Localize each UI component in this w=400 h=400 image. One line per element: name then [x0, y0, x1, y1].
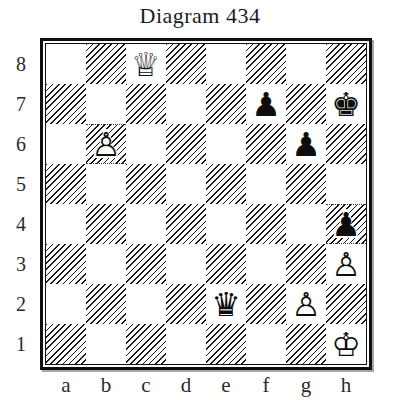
- square-g5: [286, 164, 326, 204]
- rank-label-3: 3: [8, 244, 34, 284]
- square-b5: [86, 164, 126, 204]
- square-b4: [86, 204, 126, 244]
- black-pawn-glyph: ♟: [251, 88, 281, 121]
- square-f4: [246, 204, 286, 244]
- square-b2: [86, 284, 126, 324]
- square-c2: [126, 284, 166, 324]
- square-f5: [246, 164, 286, 204]
- piece-black-pawn: ♟: [286, 124, 326, 164]
- square-h4: ♟♟: [326, 204, 366, 244]
- chess-board: ♕♟♚♟♙♟♟♟♙♛♙♔: [40, 38, 372, 370]
- black-pawn-glyph: ♟: [291, 128, 321, 161]
- square-f6: [246, 124, 286, 164]
- square-c8: ♕: [126, 44, 166, 84]
- square-g2: ♙: [286, 284, 326, 324]
- square-h2: [326, 284, 366, 324]
- square-a4: [46, 204, 86, 244]
- black-king-glyph: ♚: [331, 88, 361, 121]
- file-label-d: d: [166, 373, 206, 398]
- square-e6: [206, 124, 246, 164]
- piece-black-queen: ♛: [206, 284, 246, 324]
- square-g6: ♟: [286, 124, 326, 164]
- rank-label-8: 8: [8, 44, 34, 84]
- file-label-g: g: [286, 373, 326, 398]
- square-e1: [206, 324, 246, 364]
- square-c3: [126, 244, 166, 284]
- square-g4: [286, 204, 326, 244]
- rank-label-1: 1: [8, 324, 34, 364]
- square-h5: [326, 164, 366, 204]
- square-d8: [166, 44, 206, 84]
- file-label-b: b: [86, 373, 126, 398]
- square-b7: [86, 84, 126, 124]
- square-c4: [126, 204, 166, 244]
- file-label-h: h: [326, 373, 366, 398]
- rank-label-7: 7: [8, 84, 34, 124]
- square-b6: ♟♙: [86, 124, 126, 164]
- square-d4: [166, 204, 206, 244]
- square-a8: [46, 44, 86, 84]
- square-h8: [326, 44, 366, 84]
- square-g7: [286, 84, 326, 124]
- square-e3: [206, 244, 246, 284]
- board-grid: ♕♟♚♟♙♟♟♟♙♛♙♔: [46, 44, 366, 364]
- square-b8: [86, 44, 126, 84]
- black-queen-glyph: ♛: [211, 288, 241, 321]
- square-e4: [206, 204, 246, 244]
- rank-label-6: 6: [8, 124, 34, 164]
- square-g3: [286, 244, 326, 284]
- rank-label-2: 2: [8, 284, 34, 324]
- white-pawn-glyph: ♙: [331, 248, 361, 281]
- piece-black-pawn: ♟♟: [326, 204, 366, 244]
- board-inner-frame: ♕♟♚♟♙♟♟♟♙♛♙♔: [45, 43, 367, 365]
- square-a5: [46, 164, 86, 204]
- square-h1: ♔: [326, 324, 366, 364]
- file-label-a: a: [46, 373, 86, 398]
- black-pawn-glyph: ♟: [331, 208, 361, 241]
- file-label-c: c: [126, 373, 166, 398]
- rank-label-5: 5: [8, 164, 34, 204]
- square-f3: [246, 244, 286, 284]
- square-e2: ♛: [206, 284, 246, 324]
- square-c7: [126, 84, 166, 124]
- square-c6: [126, 124, 166, 164]
- rank-labels: 87654321: [8, 44, 34, 364]
- piece-white-pawn: ♟♙: [86, 124, 126, 164]
- square-d5: [166, 164, 206, 204]
- square-b1: [86, 324, 126, 364]
- diagram-title: Diagram 434: [0, 3, 400, 29]
- square-c1: [126, 324, 166, 364]
- square-d2: [166, 284, 206, 324]
- square-h3: ♙: [326, 244, 366, 284]
- file-label-e: e: [206, 373, 246, 398]
- piece-white-pawn: ♙: [286, 284, 326, 324]
- square-a2: [46, 284, 86, 324]
- square-f7: ♟: [246, 84, 286, 124]
- white-king-glyph: ♔: [331, 328, 361, 361]
- square-a3: [46, 244, 86, 284]
- square-d3: [166, 244, 206, 284]
- file-labels: abcdefgh: [46, 373, 366, 398]
- square-a6: [46, 124, 86, 164]
- square-a1: [46, 324, 86, 364]
- square-f8: [246, 44, 286, 84]
- square-h7: ♚: [326, 84, 366, 124]
- piece-white-queen: ♕: [126, 44, 166, 84]
- square-h6: [326, 124, 366, 164]
- piece-black-king: ♚: [326, 84, 366, 124]
- square-g1: [286, 324, 326, 364]
- file-label-f: f: [246, 373, 286, 398]
- square-a7: [46, 84, 86, 124]
- rank-label-4: 4: [8, 204, 34, 244]
- square-f2: [246, 284, 286, 324]
- square-e7: [206, 84, 246, 124]
- square-f1: [246, 324, 286, 364]
- white-pawn-glyph: ♙: [91, 128, 121, 161]
- square-d6: [166, 124, 206, 164]
- square-e5: [206, 164, 246, 204]
- square-d7: [166, 84, 206, 124]
- square-c5: [126, 164, 166, 204]
- piece-white-king: ♔: [326, 324, 366, 364]
- square-e8: [206, 44, 246, 84]
- square-b3: [86, 244, 126, 284]
- white-queen-glyph: ♕: [131, 48, 161, 81]
- square-d1: [166, 324, 206, 364]
- piece-white-pawn: ♙: [326, 244, 366, 284]
- square-g8: [286, 44, 326, 84]
- white-pawn-glyph: ♙: [291, 288, 321, 321]
- piece-black-pawn: ♟: [246, 84, 286, 124]
